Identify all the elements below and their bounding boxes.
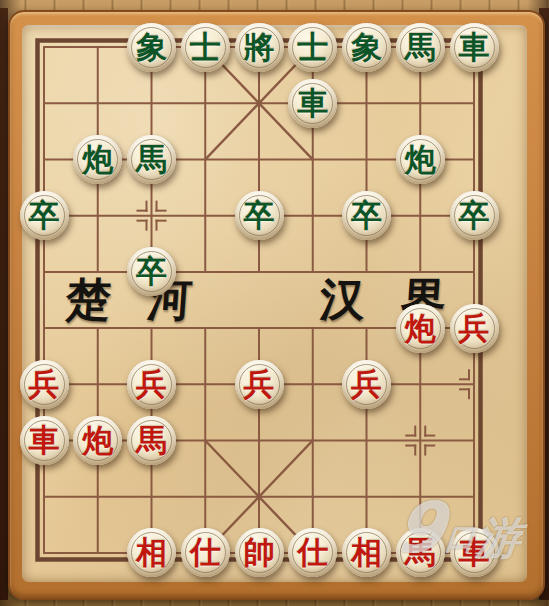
piece-label: 相 (351, 537, 382, 568)
piece-red-horse[interactable]: 馬 (396, 528, 445, 577)
piece-red-chariot[interactable]: 車 (20, 416, 69, 465)
piece-black-soldier[interactable]: 卒 (342, 191, 391, 240)
piece-label: 士 (297, 32, 328, 63)
piece-red-advisor[interactable]: 仕 (181, 528, 230, 577)
piece-red-soldier[interactable]: 兵 (20, 360, 69, 409)
piece-black-cannon[interactable]: 炮 (396, 135, 445, 184)
piece-red-soldier[interactable]: 兵 (235, 360, 284, 409)
piece-label: 車 (297, 88, 328, 119)
piece-label: 馬 (405, 32, 436, 63)
piece-label: 兵 (459, 313, 490, 344)
piece-red-soldier[interactable]: 兵 (127, 360, 176, 409)
piece-label: 仕 (190, 537, 221, 568)
piece-label: 卒 (459, 200, 490, 231)
piece-black-soldier[interactable]: 卒 (235, 191, 284, 240)
piece-red-soldier[interactable]: 兵 (342, 360, 391, 409)
piece-label: 兵 (244, 369, 275, 400)
piece-label: 將 (244, 32, 275, 63)
piece-label: 象 (351, 32, 382, 63)
piece-black-elephant[interactable]: 象 (342, 23, 391, 72)
piece-red-general[interactable]: 帥 (235, 528, 284, 577)
piece-red-advisor[interactable]: 仕 (288, 528, 337, 577)
piece-black-advisor[interactable]: 士 (288, 23, 337, 72)
piece-red-soldier[interactable]: 兵 (450, 304, 499, 353)
piece-label: 兵 (136, 369, 167, 400)
piece-label: 車 (459, 537, 490, 568)
piece-label: 馬 (136, 425, 167, 456)
piece-label: 兵 (351, 369, 382, 400)
piece-black-horse[interactable]: 馬 (127, 135, 176, 184)
piece-label: 士 (190, 32, 221, 63)
piece-label: 炮 (405, 144, 436, 175)
piece-red-elephant[interactable]: 相 (342, 528, 391, 577)
piece-label: 馬 (136, 144, 167, 175)
piece-label: 炮 (82, 144, 113, 175)
piece-label: 卒 (244, 200, 275, 231)
piece-black-elephant[interactable]: 象 (127, 23, 176, 72)
piece-black-soldier[interactable]: 卒 (20, 191, 69, 240)
piece-label: 炮 (82, 425, 113, 456)
piece-red-horse[interactable]: 馬 (127, 416, 176, 465)
piece-label: 車 (459, 32, 490, 63)
piece-label: 仕 (297, 537, 328, 568)
piece-red-cannon[interactable]: 炮 (396, 304, 445, 353)
piece-label: 車 (29, 425, 60, 456)
piece-label: 相 (136, 537, 167, 568)
piece-label: 帥 (244, 537, 275, 568)
piece-black-chariot[interactable]: 車 (288, 79, 337, 128)
piece-label: 馬 (405, 537, 436, 568)
piece-red-cannon[interactable]: 炮 (73, 416, 122, 465)
piece-black-cannon[interactable]: 炮 (73, 135, 122, 184)
piece-black-horse[interactable]: 馬 (396, 23, 445, 72)
piece-label: 卒 (351, 200, 382, 231)
piece-red-elephant[interactable]: 相 (127, 528, 176, 577)
piece-black-general[interactable]: 將 (235, 23, 284, 72)
piece-label: 象 (136, 32, 167, 63)
pieces-layer: 象士將士象馬車車炮馬炮卒卒卒卒卒炮兵兵兵兵兵車炮馬相仕帥仕相馬車 (0, 0, 549, 606)
piece-black-soldier[interactable]: 卒 (450, 191, 499, 240)
piece-black-chariot[interactable]: 車 (450, 23, 499, 72)
piece-label: 炮 (405, 313, 436, 344)
piece-black-advisor[interactable]: 士 (181, 23, 230, 72)
xiangqi-game-screen: 楚河 汉界 象士將士象馬車車炮馬炮卒卒卒卒卒炮兵兵兵兵兵車炮馬相仕帥仕相馬車 9… (0, 0, 549, 606)
piece-red-chariot[interactable]: 車 (450, 528, 499, 577)
piece-label: 卒 (29, 200, 60, 231)
piece-black-soldier[interactable]: 卒 (127, 247, 176, 296)
piece-label: 卒 (136, 256, 167, 287)
piece-label: 兵 (29, 369, 60, 400)
